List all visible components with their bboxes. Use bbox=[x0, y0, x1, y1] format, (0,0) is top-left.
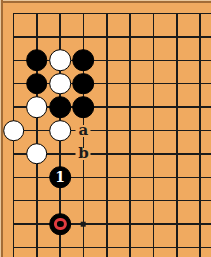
grid-line-horizontal bbox=[13, 200, 211, 202]
red-circle-mark-icon bbox=[54, 218, 67, 231]
marked-stone[interactable] bbox=[49, 213, 71, 235]
point-label-text: a bbox=[79, 123, 89, 138]
black-stone[interactable] bbox=[26, 50, 48, 72]
black-stone[interactable] bbox=[73, 50, 95, 72]
grid-line-horizontal bbox=[13, 13, 211, 15]
point-label-a[interactable]: a bbox=[76, 125, 91, 137]
grid-line-vertical bbox=[106, 13, 108, 257]
grid-line-vertical bbox=[153, 13, 155, 257]
grid-line-horizontal bbox=[13, 177, 211, 179]
black-stone[interactable] bbox=[73, 96, 95, 118]
white-stone[interactable] bbox=[26, 143, 48, 165]
move-1-stone[interactable]: 1 bbox=[49, 167, 71, 189]
grid-line-vertical bbox=[199, 13, 201, 257]
go-board-diagram: 1 ab bbox=[0, 0, 211, 257]
point-label-b[interactable]: b bbox=[76, 148, 91, 160]
star-point bbox=[81, 222, 86, 227]
black-stone[interactable] bbox=[49, 96, 71, 118]
white-stone[interactable] bbox=[3, 120, 25, 142]
black-stone[interactable] bbox=[73, 73, 95, 95]
white-stone[interactable] bbox=[49, 50, 71, 72]
white-stone[interactable] bbox=[49, 73, 71, 95]
grid-line-horizontal bbox=[13, 247, 211, 249]
point-label-text: b bbox=[78, 146, 89, 161]
grid-line-vertical bbox=[129, 13, 131, 257]
move-number-label: 1 bbox=[55, 170, 65, 184]
grid-line-horizontal bbox=[13, 223, 211, 225]
grid-line-horizontal bbox=[13, 130, 211, 132]
grid-line-horizontal bbox=[13, 36, 211, 38]
white-stone[interactable] bbox=[49, 120, 71, 142]
board-edge-top-shadow bbox=[0, 1, 211, 3]
grid-line-vertical bbox=[176, 13, 178, 257]
black-stone[interactable] bbox=[26, 73, 48, 95]
white-stone[interactable] bbox=[26, 96, 48, 118]
